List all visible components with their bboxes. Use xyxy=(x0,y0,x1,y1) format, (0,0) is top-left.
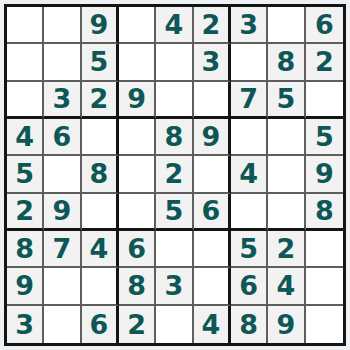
cell-r1c4[interactable] xyxy=(119,7,156,44)
cell-r3c3[interactable]: 2 xyxy=(82,82,119,119)
sudoku-page: 9423653823297546895582492956887465298364… xyxy=(0,0,350,350)
cell-r6c4[interactable] xyxy=(119,194,156,231)
cell-r5c9[interactable]: 9 xyxy=(306,156,343,193)
cell-r9c1[interactable]: 3 xyxy=(7,306,44,343)
cell-r2c1[interactable] xyxy=(7,44,44,81)
cell-r8c5[interactable]: 3 xyxy=(156,268,193,305)
cell-r2c6[interactable]: 3 xyxy=(194,44,231,81)
cell-r2c4[interactable] xyxy=(119,44,156,81)
cell-r7c8[interactable]: 2 xyxy=(268,231,305,268)
cell-r4c3[interactable] xyxy=(82,119,119,156)
cell-r7c2[interactable]: 7 xyxy=(44,231,81,268)
cell-r9c6[interactable]: 4 xyxy=(194,306,231,343)
cell-r2c9[interactable]: 2 xyxy=(306,44,343,81)
cell-r7c4[interactable]: 6 xyxy=(119,231,156,268)
cell-r8c3[interactable] xyxy=(82,268,119,305)
cell-r1c1[interactable] xyxy=(7,7,44,44)
cell-r9c5[interactable] xyxy=(156,306,193,343)
cell-r4c4[interactable] xyxy=(119,119,156,156)
cell-r6c7[interactable] xyxy=(231,194,268,231)
cell-r5c7[interactable]: 4 xyxy=(231,156,268,193)
cell-r4c6[interactable]: 9 xyxy=(194,119,231,156)
cell-r6c9[interactable]: 8 xyxy=(306,194,343,231)
cell-r5c6[interactable] xyxy=(194,156,231,193)
cell-r9c4[interactable]: 2 xyxy=(119,306,156,343)
cell-r3c7[interactable]: 7 xyxy=(231,82,268,119)
cell-r3c8[interactable]: 5 xyxy=(268,82,305,119)
cell-r9c9[interactable] xyxy=(306,306,343,343)
cell-r5c4[interactable] xyxy=(119,156,156,193)
cell-r5c1[interactable]: 5 xyxy=(7,156,44,193)
cell-r1c3[interactable]: 9 xyxy=(82,7,119,44)
cell-r2c5[interactable] xyxy=(156,44,193,81)
cell-r3c5[interactable] xyxy=(156,82,193,119)
cell-r4c7[interactable] xyxy=(231,119,268,156)
cell-r6c3[interactable] xyxy=(82,194,119,231)
cell-r4c8[interactable] xyxy=(268,119,305,156)
cell-r7c5[interactable] xyxy=(156,231,193,268)
cell-r1c6[interactable]: 2 xyxy=(194,7,231,44)
cell-r7c3[interactable]: 4 xyxy=(82,231,119,268)
cell-r4c1[interactable]: 4 xyxy=(7,119,44,156)
cell-r3c6[interactable] xyxy=(194,82,231,119)
cell-r6c5[interactable]: 5 xyxy=(156,194,193,231)
cell-r6c1[interactable]: 2 xyxy=(7,194,44,231)
cell-r8c4[interactable]: 8 xyxy=(119,268,156,305)
cell-r2c3[interactable]: 5 xyxy=(82,44,119,81)
cell-r7c1[interactable]: 8 xyxy=(7,231,44,268)
cell-r2c8[interactable]: 8 xyxy=(268,44,305,81)
cell-r8c9[interactable] xyxy=(306,268,343,305)
cell-r4c9[interactable]: 5 xyxy=(306,119,343,156)
cell-r1c2[interactable] xyxy=(44,7,81,44)
cell-r7c7[interactable]: 5 xyxy=(231,231,268,268)
cell-r8c1[interactable]: 9 xyxy=(7,268,44,305)
cell-r9c8[interactable]: 9 xyxy=(268,306,305,343)
cell-r5c8[interactable] xyxy=(268,156,305,193)
cell-r5c2[interactable] xyxy=(44,156,81,193)
cell-r8c2[interactable] xyxy=(44,268,81,305)
cell-r5c5[interactable]: 2 xyxy=(156,156,193,193)
cell-r1c8[interactable] xyxy=(268,7,305,44)
cell-r1c9[interactable]: 6 xyxy=(306,7,343,44)
cell-r8c7[interactable]: 6 xyxy=(231,268,268,305)
cell-r9c3[interactable]: 6 xyxy=(82,306,119,343)
cell-r6c8[interactable] xyxy=(268,194,305,231)
cell-r8c6[interactable] xyxy=(194,268,231,305)
cell-r5c3[interactable]: 8 xyxy=(82,156,119,193)
cell-r7c6[interactable] xyxy=(194,231,231,268)
cell-r9c2[interactable] xyxy=(44,306,81,343)
cell-r2c7[interactable] xyxy=(231,44,268,81)
cell-r9c7[interactable]: 8 xyxy=(231,306,268,343)
cell-r3c9[interactable] xyxy=(306,82,343,119)
cell-r4c5[interactable]: 8 xyxy=(156,119,193,156)
cell-r7c9[interactable] xyxy=(306,231,343,268)
cell-r1c7[interactable]: 3 xyxy=(231,7,268,44)
cell-r1c5[interactable]: 4 xyxy=(156,7,193,44)
cell-r3c4[interactable]: 9 xyxy=(119,82,156,119)
cell-r4c2[interactable]: 6 xyxy=(44,119,81,156)
cell-r3c1[interactable] xyxy=(7,82,44,119)
cell-r6c6[interactable]: 6 xyxy=(194,194,231,231)
cell-r2c2[interactable] xyxy=(44,44,81,81)
cell-r3c2[interactable]: 3 xyxy=(44,82,81,119)
sudoku-board: 9423653823297546895582492956887465298364… xyxy=(4,4,346,346)
cell-r8c8[interactable]: 4 xyxy=(268,268,305,305)
cell-r6c2[interactable]: 9 xyxy=(44,194,81,231)
